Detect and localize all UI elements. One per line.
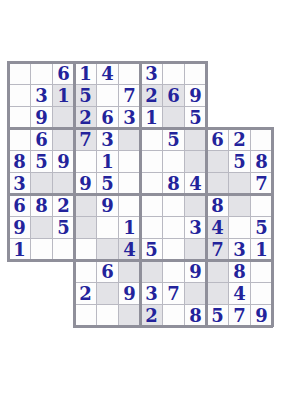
cell-r2c6[interactable]: 7 <box>118 84 140 106</box>
cell-r7c7[interactable] <box>140 194 162 216</box>
cell-r12c8[interactable] <box>162 304 184 326</box>
cell-r9c4[interactable] <box>74 238 96 260</box>
cell-r12c9[interactable]: 8 <box>184 304 206 326</box>
cell-r9c5[interactable] <box>96 238 118 260</box>
cell-r1c8[interactable] <box>162 62 184 84</box>
cell-r8c8[interactable] <box>162 216 184 238</box>
cell-r5c1[interactable]: 8 <box>8 150 30 172</box>
cell-r2c7[interactable]: 2 <box>140 84 162 106</box>
cell-r5c5[interactable]: 1 <box>96 150 118 172</box>
cell-r7c9[interactable] <box>184 194 206 216</box>
cell-r9c6[interactable]: 4 <box>118 238 140 260</box>
cell-r8c10[interactable]: 4 <box>206 216 228 238</box>
cell-r1c5[interactable]: 4 <box>96 62 118 84</box>
cell-r8c3[interactable]: 5 <box>52 216 74 238</box>
cell-r6c7[interactable] <box>140 172 162 194</box>
cell-r10c6[interactable] <box>118 260 140 282</box>
box-border-vertical <box>271 127 274 327</box>
void-cell <box>206 106 228 128</box>
cell-r2c4[interactable]: 5 <box>74 84 96 106</box>
cell-r6c9[interactable]: 4 <box>184 172 206 194</box>
cell-r11c9[interactable] <box>184 282 206 304</box>
cell-r6c6[interactable] <box>118 172 140 194</box>
cell-r9c9[interactable] <box>184 238 206 260</box>
cell-r7c1[interactable]: 6 <box>8 194 30 216</box>
void-cell <box>250 84 272 106</box>
cell-r11c12[interactable] <box>250 282 272 304</box>
cell-r8c2[interactable] <box>30 216 52 238</box>
void-cell <box>8 304 30 326</box>
cell-r10c7[interactable] <box>140 260 162 282</box>
box-border-horizontal <box>7 259 273 262</box>
cell-r12c12[interactable]: 9 <box>250 304 272 326</box>
void-cell <box>250 62 272 84</box>
cell-r5c6[interactable] <box>118 150 140 172</box>
cell-r7c10[interactable]: 8 <box>206 194 228 216</box>
cell-r4c3[interactable] <box>52 128 74 150</box>
cell-r7c4[interactable] <box>74 194 96 216</box>
cell-r11c8[interactable]: 7 <box>162 282 184 304</box>
void-cell <box>228 62 250 84</box>
cell-r3c8[interactable] <box>162 106 184 128</box>
cell-r2c8[interactable]: 6 <box>162 84 184 106</box>
cell-r1c4[interactable]: 1 <box>74 62 96 84</box>
cell-r4c7[interactable] <box>140 128 162 150</box>
cell-r5c11[interactable]: 5 <box>228 150 250 172</box>
cell-r9c3[interactable] <box>52 238 74 260</box>
box-border-horizontal <box>73 325 273 328</box>
box-border-horizontal <box>7 61 207 64</box>
cell-r10c8[interactable] <box>162 260 184 282</box>
cell-r2c3[interactable]: 1 <box>52 84 74 106</box>
cell-r5c12[interactable]: 8 <box>250 150 272 172</box>
cell-r11c4[interactable]: 2 <box>74 282 96 304</box>
cell-r11c5[interactable] <box>96 282 118 304</box>
cell-r4c2[interactable]: 6 <box>30 128 52 150</box>
cell-r4c8[interactable]: 5 <box>162 128 184 150</box>
cell-r7c12[interactable] <box>250 194 272 216</box>
cell-r6c11[interactable] <box>228 172 250 194</box>
cell-r8c1[interactable]: 9 <box>8 216 30 238</box>
cell-r4c10[interactable]: 6 <box>206 128 228 150</box>
void-cell <box>52 304 74 326</box>
cell-r3c7[interactable]: 1 <box>140 106 162 128</box>
cell-r9c1[interactable]: 1 <box>8 238 30 260</box>
cell-r12c7[interactable]: 2 <box>140 304 162 326</box>
puzzle-page: 6143315726992631567356285915839584768298… <box>0 0 281 400</box>
cell-r6c10[interactable] <box>206 172 228 194</box>
cell-r6c1[interactable]: 3 <box>8 172 30 194</box>
cell-r2c1[interactable] <box>8 84 30 106</box>
cell-r10c5[interactable]: 6 <box>96 260 118 282</box>
cell-r4c1[interactable] <box>8 128 30 150</box>
void-cell <box>228 84 250 106</box>
cell-r3c1[interactable] <box>8 106 30 128</box>
cell-r1c7[interactable]: 3 <box>140 62 162 84</box>
cell-r12c5[interactable] <box>96 304 118 326</box>
cell-r5c7[interactable] <box>140 150 162 172</box>
void-cell <box>206 84 228 106</box>
cell-r4c6[interactable] <box>118 128 140 150</box>
cell-r12c11[interactable]: 7 <box>228 304 250 326</box>
cell-r6c5[interactable]: 5 <box>96 172 118 194</box>
cell-r7c8[interactable] <box>162 194 184 216</box>
void-cell <box>228 106 250 128</box>
cell-r12c10[interactable]: 5 <box>206 304 228 326</box>
cell-r6c12[interactable]: 7 <box>250 172 272 194</box>
cell-r4c11[interactable]: 2 <box>228 128 250 150</box>
cell-r11c10[interactable] <box>206 282 228 304</box>
void-cell <box>250 106 272 128</box>
cell-r2c5[interactable] <box>96 84 118 106</box>
cell-r10c12[interactable] <box>250 260 272 282</box>
cell-r7c3[interactable]: 2 <box>52 194 74 216</box>
cell-r1c2[interactable] <box>30 62 52 84</box>
cell-r6c2[interactable] <box>30 172 52 194</box>
cell-r2c2[interactable]: 3 <box>30 84 52 106</box>
sudoku-board: 6143315726992631567356285915839584768298… <box>8 62 272 326</box>
cell-r8c12[interactable]: 5 <box>250 216 272 238</box>
cell-r8c4[interactable] <box>74 216 96 238</box>
cell-r9c11[interactable]: 3 <box>228 238 250 260</box>
cell-r8c11[interactable] <box>228 216 250 238</box>
cell-r6c4[interactable]: 9 <box>74 172 96 194</box>
cell-r8c9[interactable]: 3 <box>184 216 206 238</box>
cell-r11c6[interactable]: 9 <box>118 282 140 304</box>
void-cell <box>30 282 52 304</box>
cell-r8c7[interactable] <box>140 216 162 238</box>
cell-r3c4[interactable]: 2 <box>74 106 96 128</box>
cell-r5c4[interactable] <box>74 150 96 172</box>
cell-r2c9[interactable]: 9 <box>184 84 206 106</box>
cell-r9c7[interactable]: 5 <box>140 238 162 260</box>
cell-r11c11[interactable]: 4 <box>228 282 250 304</box>
cell-r5c8[interactable] <box>162 150 184 172</box>
cell-r9c2[interactable] <box>30 238 52 260</box>
cell-r1c6[interactable] <box>118 62 140 84</box>
void-cell <box>8 260 30 282</box>
cell-r4c12[interactable] <box>250 128 272 150</box>
cell-r10c9[interactable]: 9 <box>184 260 206 282</box>
box-border-horizontal <box>7 193 273 196</box>
cell-r10c11[interactable]: 8 <box>228 260 250 282</box>
cell-r3c6[interactable]: 3 <box>118 106 140 128</box>
cell-r7c11[interactable] <box>228 194 250 216</box>
void-cell <box>8 282 30 304</box>
cell-r4c9[interactable] <box>184 128 206 150</box>
cell-r9c8[interactable] <box>162 238 184 260</box>
void-cell <box>52 260 74 282</box>
void-cell <box>30 260 52 282</box>
cell-r6c8[interactable]: 8 <box>162 172 184 194</box>
cell-r3c5[interactable]: 6 <box>96 106 118 128</box>
cell-r7c6[interactable] <box>118 194 140 216</box>
cell-r5c3[interactable]: 9 <box>52 150 74 172</box>
cell-r8c6[interactable]: 1 <box>118 216 140 238</box>
cell-r3c9[interactable]: 5 <box>184 106 206 128</box>
cell-r12c4[interactable] <box>74 304 96 326</box>
cell-r8c5[interactable] <box>96 216 118 238</box>
cell-r10c4[interactable] <box>74 260 96 282</box>
cell-r7c2[interactable]: 8 <box>30 194 52 216</box>
cell-r6c3[interactable] <box>52 172 74 194</box>
void-cell <box>52 282 74 304</box>
cell-r5c2[interactable]: 5 <box>30 150 52 172</box>
cell-r4c4[interactable]: 7 <box>74 128 96 150</box>
cell-r1c9[interactable] <box>184 62 206 84</box>
cell-r7c5[interactable]: 9 <box>96 194 118 216</box>
box-border-horizontal <box>7 127 273 130</box>
cell-r5c9[interactable] <box>184 150 206 172</box>
cell-r3c2[interactable]: 9 <box>30 106 52 128</box>
cell-r9c12[interactable]: 1 <box>250 238 272 260</box>
cell-r10c10[interactable] <box>206 260 228 282</box>
cell-r11c7[interactable]: 3 <box>140 282 162 304</box>
box-border-vertical <box>7 61 10 261</box>
cell-r3c3[interactable] <box>52 106 74 128</box>
void-cell <box>30 304 52 326</box>
cell-r12c6[interactable] <box>118 304 140 326</box>
cell-r5c10[interactable] <box>206 150 228 172</box>
cell-r1c3[interactable]: 6 <box>52 62 74 84</box>
cell-r4c5[interactable]: 3 <box>96 128 118 150</box>
void-cell <box>206 62 228 84</box>
cell-r9c10[interactable]: 7 <box>206 238 228 260</box>
cell-r1c1[interactable] <box>8 62 30 84</box>
